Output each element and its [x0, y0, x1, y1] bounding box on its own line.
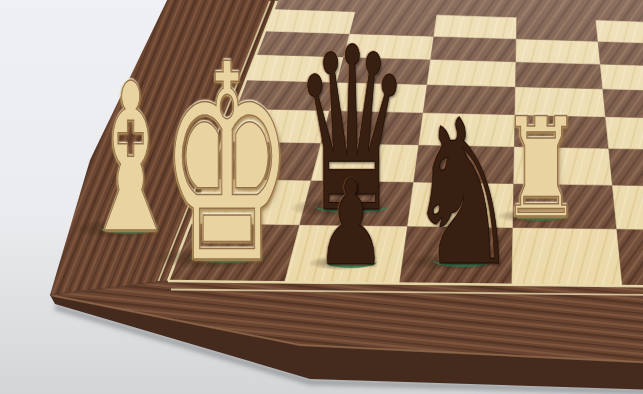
- piece-black-pawn: ♟: [312, 164, 390, 282]
- piece-black-knight: ♞: [401, 94, 525, 294]
- piece-white-king: ♚: [152, 29, 302, 301]
- chess-board-photo: ♝♚♛♟♞♜: [0, 0, 643, 394]
